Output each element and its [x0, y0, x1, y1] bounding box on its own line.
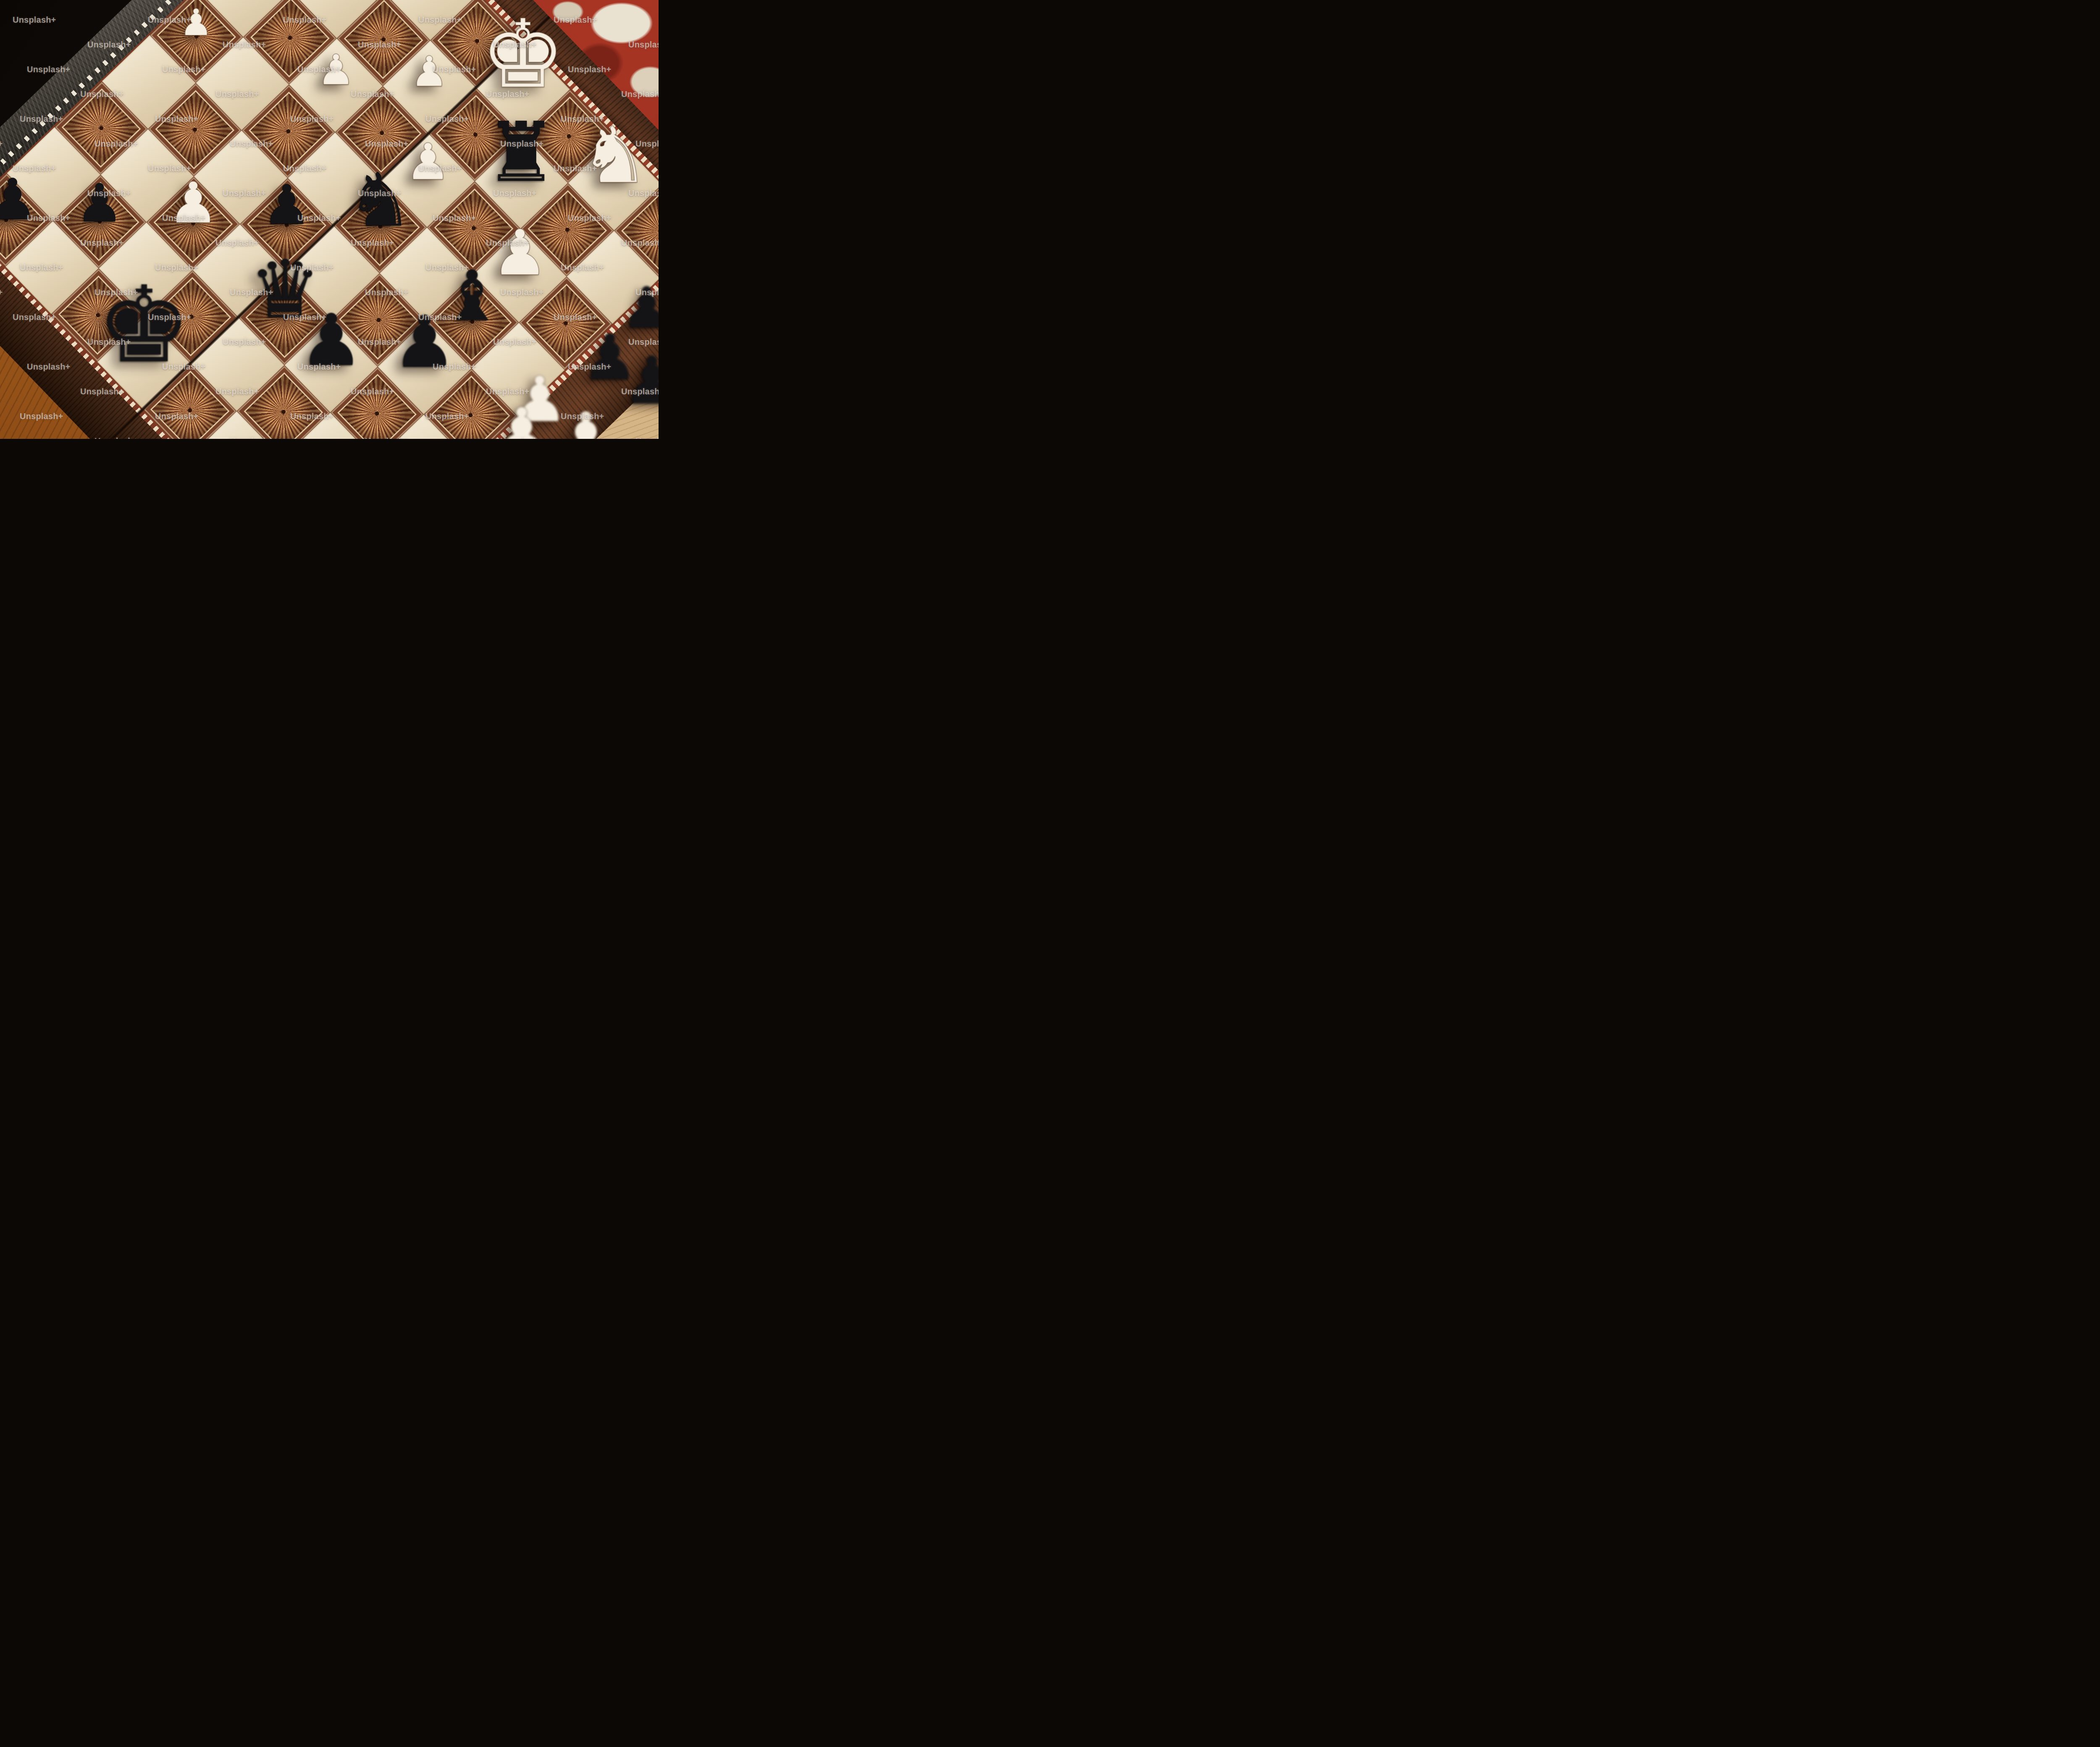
photo-scene: ♟♟♟♚♟♜♞♟♟♟♟♞♟♛♝♟♚♟♟♟♟♟♟♟ Unsplash+Unspla… — [0, 0, 659, 439]
watermark-text: Unsplash+ — [13, 15, 56, 25]
board-outer — [0, 0, 659, 439]
